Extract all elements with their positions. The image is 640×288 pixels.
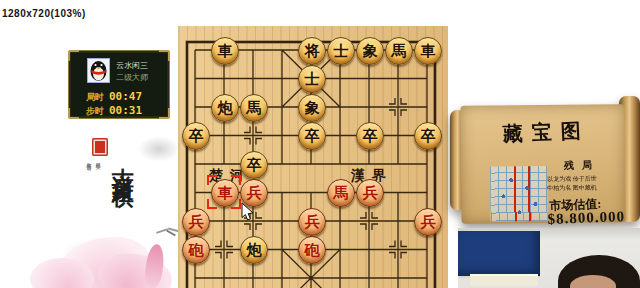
resolution-osd: 1280x720(103%) — [2, 8, 86, 19]
piece-black-r0c5[interactable]: 士 — [326, 36, 355, 65]
scroll-title: 藏宝图 — [502, 117, 590, 148]
penguin-avatar-icon — [88, 59, 109, 82]
piece-black-r0c6[interactable]: 象 — [355, 36, 384, 65]
mini-board-map — [490, 166, 548, 222]
panel-corner-ornament — [159, 50, 170, 61]
piece-black-r3c0[interactable]: 卒 — [181, 121, 210, 150]
player-panel: 云水闲三 二级大师 局时00:47 步时00:31 — [68, 50, 170, 119]
piece-black-r1c4[interactable]: 士 — [297, 64, 326, 93]
piece-black-r7c2[interactable]: 炮 — [239, 235, 268, 264]
piece-black-r2c2[interactable]: 馬 — [239, 93, 268, 122]
piece-red-r6c0[interactable]: 兵 — [181, 207, 210, 236]
ink-wash-art — [138, 136, 180, 162]
scroll-parchment: 藏宝图 残局 以龙为戏 传于后世 中柏为名 图中藏机 市场估值: $8.800.… — [460, 104, 625, 224]
piece-red-r7c4[interactable]: 砲 — [297, 235, 326, 264]
piece-black-r4c2[interactable]: 卒 — [239, 150, 268, 179]
piece-red-r5c5[interactable]: 馬 — [326, 178, 355, 207]
brand-caption: 象棋古谱 — [86, 158, 92, 162]
seal-stamp-icon — [92, 138, 108, 156]
piece-black-r0c7[interactable]: 馬 — [384, 36, 413, 65]
scroll-text-line: 中柏为名 图中藏机 — [547, 183, 639, 193]
avatar[interactable] — [87, 58, 110, 83]
piece-black-r3c6[interactable]: 卒 — [355, 121, 384, 150]
xiangqi-board[interactable]: 楚河 漢界 車将士象馬車士炮馬象卒卒卒卒卒車兵馬兵兵兵兵砲炮砲 — [178, 26, 448, 288]
projector-screen — [458, 231, 540, 278]
piece-red-r6c4[interactable]: 兵 — [297, 207, 326, 236]
xiangqi-board-grid[interactable]: 車将士象馬車士炮馬象卒卒卒卒卒車兵馬兵兵兵兵砲炮砲 — [181, 36, 442, 288]
piece-black-r3c8[interactable]: 卒 — [413, 121, 442, 150]
piece-red-r7c0[interactable]: 砲 — [181, 235, 210, 264]
piece-black-r2c1[interactable]: 炮 — [210, 93, 239, 122]
piece-black-r0c8[interactable]: 車 — [413, 36, 442, 65]
game-timer-value: 00:47 — [109, 90, 142, 103]
mouse-cursor-icon — [241, 203, 254, 221]
game-timer: 局时00:47 — [86, 90, 142, 104]
piece-red-r5c1[interactable]: 車 — [210, 178, 239, 207]
brand-title: 古谱象棋 — [108, 150, 138, 174]
piece-black-r2c4[interactable]: 象 — [297, 93, 326, 122]
move-timer-value: 00:31 — [109, 104, 142, 117]
move-timer: 步时00:31 — [86, 104, 142, 118]
player-name: 云水闲三 — [116, 60, 148, 71]
app-window: 1280x720(103%) 云水闲三 二级大师 局时00:47 步时00:31… — [0, 0, 640, 288]
brand-caption: 残局集 — [95, 158, 101, 161]
move-timer-label: 步时 — [86, 106, 104, 116]
panel-corner-ornament — [159, 108, 170, 119]
piece-red-r6c8[interactable]: 兵 — [413, 207, 442, 236]
piece-black-r3c4[interactable]: 卒 — [297, 121, 326, 150]
panel-corner-ornament — [68, 108, 79, 119]
piece-black-r0c1[interactable]: 車 — [210, 36, 239, 65]
treasure-map-scroll: 藏宝图 残局 以龙为戏 传于后世 中柏为名 图中藏机 市场估值: $8.800.… — [450, 94, 640, 224]
webcam-feed — [458, 228, 640, 288]
desk-papers — [470, 274, 538, 286]
valuation-amount: $8.800.000 — [547, 208, 625, 228]
panel-corner-ornament — [68, 50, 79, 61]
piece-black-r0c4[interactable]: 将 — [297, 36, 326, 65]
piece-red-r5c6[interactable]: 兵 — [355, 178, 384, 207]
game-timer-label: 局时 — [86, 92, 104, 102]
player-rank: 二级大师 — [116, 72, 148, 83]
scroll-label: 残局 — [564, 158, 600, 172]
